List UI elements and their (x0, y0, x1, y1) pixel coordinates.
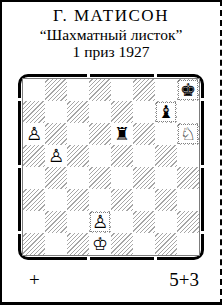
square-d6 (89, 123, 111, 145)
square-e4 (111, 167, 133, 189)
square-b8 (45, 79, 67, 101)
square-c4 (67, 167, 89, 189)
square-e5 (111, 145, 133, 167)
frame-notch (87, 256, 90, 261)
square-a8 (23, 79, 45, 101)
white-king-d1: ♔ (90, 234, 110, 254)
square-g4 (155, 167, 177, 189)
stipulation-white-wins: + (29, 269, 40, 291)
square-f1 (133, 233, 155, 255)
square-g1 (155, 233, 177, 255)
square-f7 (133, 101, 155, 123)
square-h3 (177, 189, 199, 211)
frame-notch (17, 231, 22, 234)
square-h6: ♘ (177, 123, 199, 145)
square-h5 (177, 145, 199, 167)
square-e1 (111, 233, 133, 255)
white-pawn-d2: ♙ (90, 212, 110, 232)
square-f5 (133, 145, 155, 167)
square-c1 (67, 233, 89, 255)
square-e6: ♜ (111, 123, 133, 145)
square-a5 (23, 145, 45, 167)
square-d4 (89, 167, 111, 189)
square-a2 (23, 211, 45, 233)
frame-notch (200, 231, 205, 234)
black-rook-e6: ♜ (112, 124, 132, 144)
frame-notch (87, 73, 90, 78)
material-count: 5+3 (169, 269, 199, 291)
square-f8 (133, 79, 155, 101)
square-d5 (89, 145, 111, 167)
square-d2: ♙ (89, 211, 111, 233)
square-e3 (111, 189, 133, 211)
frame-notch (200, 98, 205, 101)
square-h8: ♚ (177, 79, 199, 101)
study-diagram-page: Г. МАТИСОН “Шахматный листок” 1 приз 192… (0, 0, 222, 305)
square-d7 (89, 101, 111, 123)
square-d8 (89, 79, 111, 101)
square-c8 (67, 79, 89, 101)
black-king-h8: ♚ (178, 80, 198, 100)
square-b6 (45, 123, 67, 145)
frame-notch (154, 256, 157, 261)
publication-source: “Шахматный листок” (2, 26, 220, 44)
frame-notch (154, 73, 157, 78)
square-h7 (177, 101, 199, 123)
square-d1: ♔ (89, 233, 111, 255)
square-a1 (23, 233, 45, 255)
square-h4 (177, 167, 199, 189)
square-e2 (111, 211, 133, 233)
square-c7 (67, 101, 89, 123)
diagram-header: Г. МАТИСОН “Шахматный листок” 1 приз 192… (2, 2, 220, 61)
square-a7 (23, 101, 45, 123)
square-a3 (23, 189, 45, 211)
square-g2 (155, 211, 177, 233)
square-c3 (67, 189, 89, 211)
black-bishop-g7: ♝ (156, 102, 176, 122)
composer-name: Г. МАТИСОН (2, 6, 220, 26)
square-g3 (155, 189, 177, 211)
white-pawn-a6: ♙ (24, 124, 44, 144)
square-b2 (45, 211, 67, 233)
square-f2 (133, 211, 155, 233)
square-g5 (155, 145, 177, 167)
chess-board-frame: ♚♝♙♜♘♙♙♔ (18, 74, 204, 260)
square-e7 (111, 101, 133, 123)
square-a4 (23, 167, 45, 189)
square-d3 (89, 189, 111, 211)
frame-notch (17, 98, 22, 101)
square-b4 (45, 167, 67, 189)
square-b7 (45, 101, 67, 123)
award-year: 1 приз 1927 (2, 43, 220, 61)
square-e8 (111, 79, 133, 101)
square-b1 (45, 233, 67, 255)
square-g8 (155, 79, 177, 101)
square-h2 (177, 211, 199, 233)
chess-board: ♚♝♙♜♘♙♙♔ (22, 78, 200, 256)
square-a6: ♙ (23, 123, 45, 145)
square-f4 (133, 167, 155, 189)
square-f3 (133, 189, 155, 211)
square-c2 (67, 211, 89, 233)
square-c5 (67, 145, 89, 167)
white-knight-h6: ♘ (178, 124, 198, 144)
square-h1 (177, 233, 199, 255)
frame-notch (200, 165, 205, 168)
square-b5: ♙ (45, 145, 67, 167)
square-c6 (67, 123, 89, 145)
square-b3 (45, 189, 67, 211)
square-g6 (155, 123, 177, 145)
square-f6 (133, 123, 155, 145)
white-pawn-b5: ♙ (46, 146, 66, 166)
frame-notch (17, 165, 22, 168)
diagram-footer: + 5+3 (2, 260, 220, 291)
square-g7: ♝ (155, 101, 177, 123)
